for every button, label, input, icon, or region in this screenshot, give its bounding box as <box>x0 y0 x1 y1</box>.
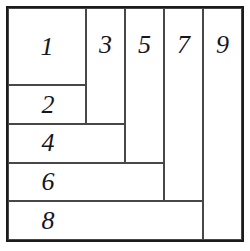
region-8: 8 <box>8 201 203 240</box>
diagram-canvas: 123456789 <box>0 0 250 251</box>
region-label: 6 <box>9 169 87 195</box>
region-label: 8 <box>9 208 87 234</box>
region-label: 3 <box>87 32 124 58</box>
region-9: 9 <box>203 8 242 240</box>
region-label: 5 <box>126 32 163 58</box>
region-label: 2 <box>9 92 87 118</box>
region-5: 5 <box>125 8 164 163</box>
region-4: 4 <box>8 124 125 163</box>
region-label: 4 <box>9 130 87 156</box>
region-label: 9 <box>204 32 241 58</box>
region-label: 7 <box>165 32 202 58</box>
region-2: 2 <box>8 85 86 124</box>
dissected-square: 123456789 <box>6 6 244 242</box>
region-3: 3 <box>86 8 125 124</box>
region-6: 6 <box>8 163 164 202</box>
region-7: 7 <box>164 8 203 201</box>
region-1: 1 <box>8 8 86 85</box>
region-label: 1 <box>9 34 85 60</box>
